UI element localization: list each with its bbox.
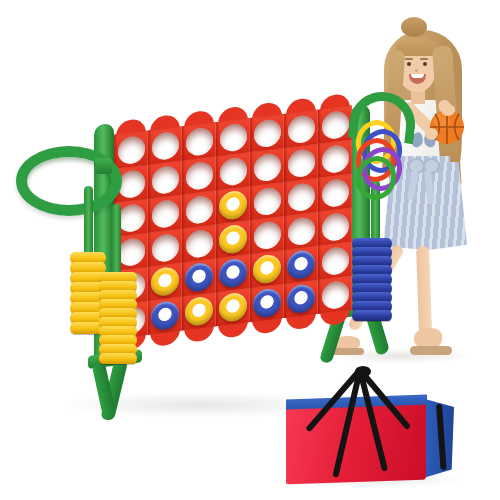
cell-r5-c3[interactable] (182, 258, 216, 296)
cell-r1-c4[interactable] (216, 118, 250, 156)
cell-r2-c3[interactable] (182, 156, 216, 194)
cell-r4-c4[interactable] (216, 220, 250, 258)
empty-slot (152, 130, 179, 160)
cell-r6-c4[interactable] (216, 288, 250, 326)
girl-foot-left (414, 328, 442, 348)
empty-slot (322, 280, 349, 310)
cell-r1-c5[interactable] (250, 114, 284, 152)
yellow-ring (99, 353, 137, 364)
empty-slot (254, 118, 281, 148)
disc-blue (185, 262, 213, 293)
cell-r2-c4[interactable] (216, 152, 250, 190)
disc-yellow (185, 296, 213, 327)
empty-slot (118, 135, 145, 165)
empty-slot (118, 203, 145, 233)
disc-blue (219, 257, 247, 288)
cell-r6-c6[interactable] (284, 280, 318, 318)
girl-eye (407, 62, 411, 66)
empty-slot (186, 160, 213, 190)
disc-yellow (219, 189, 247, 220)
ring-toss-rings (356, 120, 400, 180)
cell-r5-c7[interactable] (318, 242, 352, 280)
cell-r6-c7[interactable] (318, 276, 352, 314)
storage-peg (84, 186, 93, 256)
cell-r3-c2[interactable] (148, 194, 182, 232)
empty-slot (152, 232, 179, 262)
empty-slot (186, 126, 213, 156)
girl-nose (415, 69, 418, 72)
bag-front-panel (286, 400, 426, 485)
empty-slot (152, 164, 179, 194)
product-photo-scene (0, 0, 500, 500)
girl-leg-left (416, 246, 432, 334)
blue-ring (352, 310, 392, 321)
empty-slot (186, 194, 213, 224)
empty-slot (288, 114, 315, 144)
empty-slot (322, 212, 349, 242)
board-grid (114, 106, 352, 339)
storage-peg (112, 204, 121, 276)
blue-ring-stack (352, 238, 392, 319)
cell-r1-c1[interactable] (114, 131, 148, 169)
empty-slot (322, 178, 349, 208)
cell-r4-c5[interactable] (250, 216, 284, 254)
cell-r5-c2[interactable] (148, 262, 182, 300)
disc-yellow (253, 253, 281, 284)
cell-r5-c6[interactable] (284, 246, 318, 284)
empty-slot (322, 144, 349, 174)
disc-blue (151, 300, 179, 331)
empty-slot (118, 237, 145, 267)
cell-r3-c5[interactable] (250, 182, 284, 220)
empty-slot (152, 198, 179, 228)
yellow-ring-stack (99, 272, 137, 362)
cell-r1-c3[interactable] (182, 122, 216, 160)
cell-r4-c2[interactable] (148, 228, 182, 266)
empty-slot (288, 216, 315, 246)
game-board (114, 106, 352, 339)
bag-strap-handle (355, 366, 371, 377)
girl-sandal-left (410, 346, 452, 355)
cell-r5-c5[interactable] (250, 250, 284, 288)
basketball-hoop (16, 146, 122, 216)
cell-r1-c6[interactable] (284, 110, 318, 148)
girl-eyebrow (405, 58, 413, 60)
disc-blue (253, 287, 281, 318)
cell-r2-c2[interactable] (148, 160, 182, 198)
cell-r6-c2[interactable] (148, 296, 182, 334)
cell-r6-c5[interactable] (250, 284, 284, 322)
empty-slot (288, 182, 315, 212)
girl-hair-bun (401, 17, 427, 37)
empty-slot (186, 228, 213, 258)
hoop-bracket (95, 158, 112, 174)
cell-r2-c6[interactable] (284, 144, 318, 182)
disc-yellow (219, 291, 247, 322)
girl-eyebrow (420, 58, 428, 60)
empty-slot (322, 246, 349, 276)
empty-slot (288, 148, 315, 178)
cell-r4-c6[interactable] (284, 212, 318, 250)
empty-slot (254, 220, 281, 250)
cell-r3-c7[interactable] (318, 174, 352, 212)
cell-r2-c7[interactable] (318, 140, 352, 178)
girl-hand-left (441, 104, 455, 116)
cell-r1-c7[interactable] (318, 106, 352, 144)
empty-slot (220, 156, 247, 186)
empty-slot (254, 186, 281, 216)
cell-r4-c3[interactable] (182, 224, 216, 262)
empty-slot (322, 110, 349, 140)
cell-r6-c3[interactable] (182, 292, 216, 330)
cell-r1-c2[interactable] (148, 126, 182, 164)
disc-yellow (151, 266, 179, 297)
cell-r5-c4[interactable] (216, 254, 250, 292)
cell-r3-c4[interactable] (216, 186, 250, 224)
cell-r2-c5[interactable] (250, 148, 284, 186)
cell-r3-c6[interactable] (284, 178, 318, 216)
girl-eye (423, 62, 427, 66)
disc-blue (287, 283, 315, 314)
cell-r3-c3[interactable] (182, 190, 216, 228)
empty-slot (220, 122, 247, 152)
disc-yellow (219, 223, 247, 254)
girl-hand-right (425, 128, 438, 140)
empty-slot (254, 152, 281, 182)
cell-r4-c7[interactable] (318, 208, 352, 246)
disc-blue (287, 249, 315, 280)
